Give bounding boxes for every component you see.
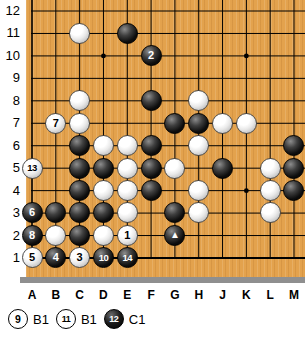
stone-black-F4[interactable] [141,180,162,201]
stone-black-M4[interactable] [283,180,304,201]
stone-white-E4[interactable] [117,180,138,201]
stone-black-E11[interactable] [117,23,138,44]
stone-white-C8[interactable] [69,90,90,111]
row-label-9: 9 [0,70,20,86]
row-label-6: 6 [0,138,20,154]
move-number: 5 [29,252,35,263]
stone-white-L3[interactable] [260,202,281,223]
stone-black-A2[interactable]: 8 [22,225,43,246]
stone-black-B3[interactable] [45,202,66,223]
stone-white-C7[interactable] [69,113,90,134]
move-number: 14 [122,253,132,263]
stone-black-C3[interactable] [69,202,90,223]
stone-white-L5[interactable] [260,158,281,179]
stone-white-C1[interactable]: 3 [69,247,90,268]
stone-white-B2[interactable] [45,225,66,246]
col-label-F: F [141,288,161,302]
caption-black-stone-12: 12 [104,309,124,329]
stone-black-D1[interactable]: 10 [93,247,114,268]
col-label-H: H [189,288,209,302]
stone-white-D2[interactable] [93,225,114,246]
move-number: 10 [99,253,109,263]
stone-white-D6[interactable] [93,135,114,156]
move-number: 13 [27,163,37,173]
caption-move-12: 12 C1 [104,309,146,329]
stone-white-B7[interactable]: 7 [45,113,66,134]
stone-white-G5[interactable] [164,158,185,179]
move-number: 1 [124,230,130,241]
stone-black-A3[interactable]: 6 [22,202,43,223]
stone-black-C5[interactable] [69,158,90,179]
stone-black-H7[interactable] [188,113,209,134]
stone-black-M6[interactable] [283,135,304,156]
stone-white-E6[interactable] [117,135,138,156]
caption-move-11: 11 B1 [56,309,97,329]
stone-white-H3[interactable] [188,202,209,223]
caption-white-stone-11: 11 [56,309,76,329]
caption-move-11-location: B1 [81,312,97,327]
row-label-5: 5 [0,160,20,176]
row-label-4: 4 [0,183,20,199]
stone-black-G3[interactable] [164,202,185,223]
move-number: 3 [77,252,83,263]
stone-white-E2[interactable]: 1 [117,225,138,246]
row-label-7: 7 [0,115,20,131]
stone-black-C4[interactable] [69,180,90,201]
stone-white-H6[interactable] [188,135,209,156]
stone-white-H8[interactable] [188,90,209,111]
col-label-K: K [236,288,256,302]
caption-white-stone-9: 9 [8,309,28,329]
row-label-12: 12 [0,3,20,19]
col-label-G: G [165,288,185,302]
stone-black-G2[interactable]: ▲ [164,225,185,246]
col-label-A: A [22,288,42,302]
stone-white-K7[interactable] [236,113,257,134]
caption-move-12-location: C1 [129,312,146,327]
row-label-8: 8 [0,93,20,109]
stone-black-G7[interactable] [164,113,185,134]
stone-white-C11[interactable] [69,23,90,44]
stone-white-A5[interactable]: 13 [22,158,43,179]
caption: 9 B1 11 B1 12 C1 [8,307,145,331]
stone-black-J5[interactable] [212,158,233,179]
row-label-2: 2 [0,228,20,244]
stone-white-E5[interactable] [117,158,138,179]
stones-grid: 2713681▲5431014 [20,0,305,269]
move-number: 7 [53,118,59,129]
col-label-D: D [93,288,113,302]
row-label-10: 10 [0,48,20,64]
stone-black-C6[interactable] [69,135,90,156]
col-label-C: C [70,288,90,302]
stone-white-J7[interactable] [212,113,233,134]
stone-black-D3[interactable] [93,202,114,223]
col-label-E: E [117,288,137,302]
stone-white-H4[interactable] [188,180,209,201]
stone-black-C2[interactable] [69,225,90,246]
row-label-3: 3 [0,205,20,221]
move-number: 4 [53,252,59,263]
stone-white-A1[interactable]: 5 [22,247,43,268]
row-label-1: 1 [0,250,20,266]
caption-move-9-location: B1 [33,312,49,327]
stone-black-F8[interactable] [141,90,162,111]
stone-black-F5[interactable] [141,158,162,179]
stone-black-F10[interactable]: 2 [141,45,162,66]
stone-black-M5[interactable] [283,158,304,179]
caption-move-9: 9 B1 [8,309,49,329]
move-number: 2 [148,50,154,61]
col-label-L: L [260,288,280,302]
row-label-11: 11 [0,25,20,41]
stone-black-B1[interactable]: 4 [45,247,66,268]
col-label-B: B [46,288,66,302]
stone-white-L4[interactable] [260,180,281,201]
col-label-M: M [284,288,304,302]
stone-white-D4[interactable] [93,180,114,201]
col-label-J: J [213,288,233,302]
stone-white-E3[interactable] [117,202,138,223]
board-shadow [20,277,305,283]
triangle-mark-icon: ▲ [170,230,180,240]
stone-black-D5[interactable] [93,158,114,179]
move-number: 6 [29,207,35,218]
stone-black-F6[interactable] [141,135,162,156]
stone-black-E1[interactable]: 14 [117,247,138,268]
go-diagram: 2713681▲5431014 121110987654321 ABCDEFGH… [0,0,305,345]
move-number: 8 [29,230,35,241]
